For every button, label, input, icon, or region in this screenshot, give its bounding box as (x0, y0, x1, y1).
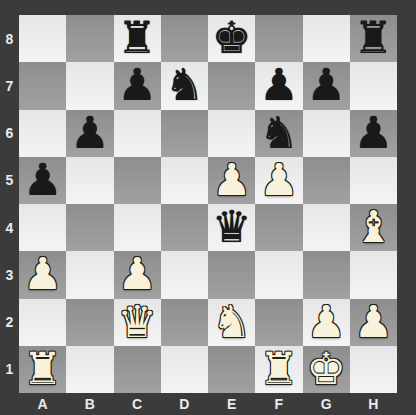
square-f5[interactable]: ♟ (255, 157, 302, 204)
square-h3[interactable] (350, 251, 397, 298)
chess-board: ♜♚♜♟♞♟♟♟♞♟♟♟♟♛♝♟♟♛♞♟♟♜♜♚ (19, 15, 397, 393)
square-b6[interactable]: ♟ (66, 110, 113, 157)
square-e3[interactable] (208, 251, 255, 298)
square-f1[interactable]: ♜ (255, 346, 302, 393)
square-f8[interactable] (255, 15, 302, 62)
piece-black-pawn[interactable]: ♟ (23, 156, 62, 203)
square-d3[interactable] (161, 251, 208, 298)
file-label-c: C (114, 393, 161, 415)
square-g2[interactable]: ♟ (303, 299, 350, 346)
square-a2[interactable] (19, 299, 66, 346)
square-e4[interactable]: ♛ (208, 204, 255, 251)
square-e6[interactable] (208, 110, 255, 157)
piece-black-pawn[interactable]: ♟ (70, 109, 109, 156)
square-e2[interactable]: ♞ (208, 299, 255, 346)
square-g6[interactable] (303, 110, 350, 157)
piece-black-pawn[interactable]: ♟ (354, 109, 393, 156)
rank-label-8: 8 (0, 15, 19, 62)
piece-black-pawn[interactable]: ♟ (306, 61, 345, 108)
square-b5[interactable] (66, 157, 113, 204)
square-f7[interactable]: ♟ (255, 62, 302, 109)
file-label-d: D (161, 393, 208, 415)
square-b8[interactable] (66, 15, 113, 62)
square-f6[interactable]: ♞ (255, 110, 302, 157)
square-h1[interactable] (350, 346, 397, 393)
square-d4[interactable] (161, 204, 208, 251)
square-c8[interactable]: ♜ (114, 15, 161, 62)
file-label-e: E (208, 393, 255, 415)
square-e1[interactable] (208, 346, 255, 393)
square-h4[interactable]: ♝ (350, 204, 397, 251)
square-b3[interactable] (66, 251, 113, 298)
file-label-h: H (350, 393, 397, 415)
square-d7[interactable]: ♞ (161, 62, 208, 109)
square-c7[interactable]: ♟ (114, 62, 161, 109)
piece-white-bishop[interactable]: ♝ (354, 203, 393, 250)
piece-white-king[interactable]: ♚ (306, 345, 345, 392)
file-label-a: A (19, 393, 66, 415)
piece-black-rook[interactable]: ♜ (117, 14, 156, 61)
square-b7[interactable] (66, 62, 113, 109)
file-label-g: G (303, 393, 350, 415)
piece-white-pawn[interactable]: ♟ (306, 298, 345, 345)
piece-black-knight[interactable]: ♞ (259, 109, 298, 156)
piece-white-pawn[interactable]: ♟ (212, 156, 251, 203)
square-g8[interactable] (303, 15, 350, 62)
rank-label-1: 1 (0, 346, 19, 393)
rank-label-6: 6 (0, 110, 19, 157)
square-f2[interactable] (255, 299, 302, 346)
square-b1[interactable] (66, 346, 113, 393)
rank-label-4: 4 (0, 204, 19, 251)
square-d2[interactable] (161, 299, 208, 346)
rank-label-3: 3 (0, 251, 19, 298)
square-d5[interactable] (161, 157, 208, 204)
square-c6[interactable] (114, 110, 161, 157)
square-d8[interactable] (161, 15, 208, 62)
square-a3[interactable]: ♟ (19, 251, 66, 298)
square-d1[interactable] (161, 346, 208, 393)
square-f4[interactable] (255, 204, 302, 251)
square-a5[interactable]: ♟ (19, 157, 66, 204)
piece-white-pawn[interactable]: ♟ (354, 298, 393, 345)
square-c1[interactable] (114, 346, 161, 393)
file-label-b: B (66, 393, 113, 415)
square-g3[interactable] (303, 251, 350, 298)
square-f3[interactable] (255, 251, 302, 298)
square-b4[interactable] (66, 204, 113, 251)
square-d6[interactable] (161, 110, 208, 157)
file-label-f: F (255, 393, 302, 415)
square-e5[interactable]: ♟ (208, 157, 255, 204)
piece-black-knight[interactable]: ♞ (165, 61, 204, 108)
rank-labels: 8 7 6 5 4 3 2 1 (0, 15, 19, 393)
square-e8[interactable]: ♚ (208, 15, 255, 62)
piece-black-king[interactable]: ♚ (212, 14, 251, 61)
piece-black-pawn[interactable]: ♟ (259, 61, 298, 108)
square-h8[interactable]: ♜ (350, 15, 397, 62)
piece-black-queen[interactable]: ♛ (212, 203, 251, 250)
square-c2[interactable]: ♛ (114, 299, 161, 346)
square-b2[interactable] (66, 299, 113, 346)
square-a7[interactable] (19, 62, 66, 109)
chess-diagram: 8 7 6 5 4 3 2 1 ♜♚♜♟♞♟♟♟♞♟♟♟♟♛♝♟♟♛♞♟♟♜♜♚… (0, 0, 416, 415)
file-labels: A B C D E F G H (19, 393, 397, 415)
square-c5[interactable] (114, 157, 161, 204)
piece-white-queen[interactable]: ♛ (117, 298, 156, 345)
square-g1[interactable]: ♚ (303, 346, 350, 393)
square-g4[interactable] (303, 204, 350, 251)
square-a6[interactable] (19, 110, 66, 157)
square-a8[interactable] (19, 15, 66, 62)
piece-white-rook[interactable]: ♜ (23, 345, 62, 392)
square-a4[interactable] (19, 204, 66, 251)
piece-white-knight[interactable]: ♞ (212, 298, 251, 345)
square-g7[interactable]: ♟ (303, 62, 350, 109)
square-h6[interactable]: ♟ (350, 110, 397, 157)
piece-black-pawn[interactable]: ♟ (117, 61, 156, 108)
piece-white-pawn[interactable]: ♟ (117, 250, 156, 297)
square-c3[interactable]: ♟ (114, 251, 161, 298)
rank-label-5: 5 (0, 157, 19, 204)
rank-label-2: 2 (0, 299, 19, 346)
square-h7[interactable] (350, 62, 397, 109)
piece-white-pawn[interactable]: ♟ (259, 156, 298, 203)
square-h2[interactable]: ♟ (350, 299, 397, 346)
square-h5[interactable] (350, 157, 397, 204)
piece-white-pawn[interactable]: ♟ (23, 250, 62, 297)
square-a1[interactable]: ♜ (19, 346, 66, 393)
square-c4[interactable] (114, 204, 161, 251)
rank-label-7: 7 (0, 62, 19, 109)
piece-white-rook[interactable]: ♜ (259, 345, 298, 392)
square-e7[interactable] (208, 62, 255, 109)
piece-black-rook[interactable]: ♜ (354, 14, 393, 61)
square-g5[interactable] (303, 157, 350, 204)
